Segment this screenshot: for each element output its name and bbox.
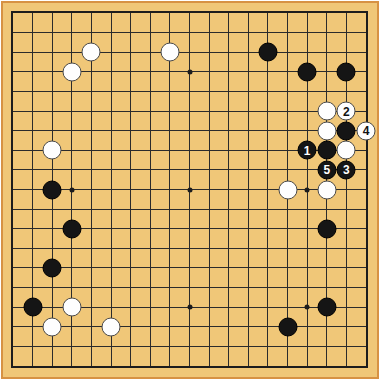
move-4-stone[interactable]: 4 [357, 121, 376, 140]
black-stone[interactable] [317, 219, 336, 238]
board-grid[interactable]: 24153 [11, 11, 368, 368]
grid-line [13, 248, 366, 249]
white-stone[interactable] [317, 180, 336, 199]
black-stone[interactable] [278, 317, 297, 336]
star-point [187, 69, 192, 74]
grid-line [228, 13, 229, 366]
star-point [305, 187, 310, 192]
grid-line [13, 326, 366, 327]
black-stone[interactable] [43, 180, 62, 199]
white-stone[interactable] [160, 43, 179, 62]
black-stone[interactable] [43, 258, 62, 277]
black-stone[interactable] [62, 219, 81, 238]
white-stone[interactable] [317, 102, 336, 121]
move-1-stone[interactable]: 1 [298, 141, 317, 160]
grid-line [267, 13, 268, 366]
black-stone[interactable] [337, 62, 356, 81]
grid-line [209, 13, 210, 366]
black-stone[interactable] [317, 298, 336, 317]
white-stone[interactable] [43, 317, 62, 336]
star-point [187, 187, 192, 192]
black-stone[interactable] [317, 141, 336, 160]
white-stone[interactable] [278, 180, 297, 199]
black-stone[interactable] [337, 121, 356, 140]
grid-line [13, 346, 366, 347]
black-stone[interactable] [298, 62, 317, 81]
white-stone[interactable] [82, 43, 101, 62]
white-stone[interactable] [62, 62, 81, 81]
white-stone[interactable] [62, 298, 81, 317]
white-stone[interactable] [317, 121, 336, 140]
white-stone[interactable] [102, 317, 121, 336]
move-2-stone[interactable]: 2 [337, 102, 356, 121]
black-stone[interactable] [23, 298, 42, 317]
grid-line [13, 267, 366, 268]
move-3-stone[interactable]: 3 [337, 160, 356, 179]
white-stone[interactable] [43, 141, 62, 160]
move-5-stone[interactable]: 5 [317, 160, 336, 179]
black-stone[interactable] [258, 43, 277, 62]
star-point [305, 305, 310, 310]
grid-line [248, 13, 249, 366]
go-board: 24153 [0, 0, 380, 380]
star-point [187, 305, 192, 310]
white-stone[interactable] [337, 141, 356, 160]
star-point [69, 187, 74, 192]
grid-line [13, 287, 366, 288]
grid-line [13, 209, 366, 210]
